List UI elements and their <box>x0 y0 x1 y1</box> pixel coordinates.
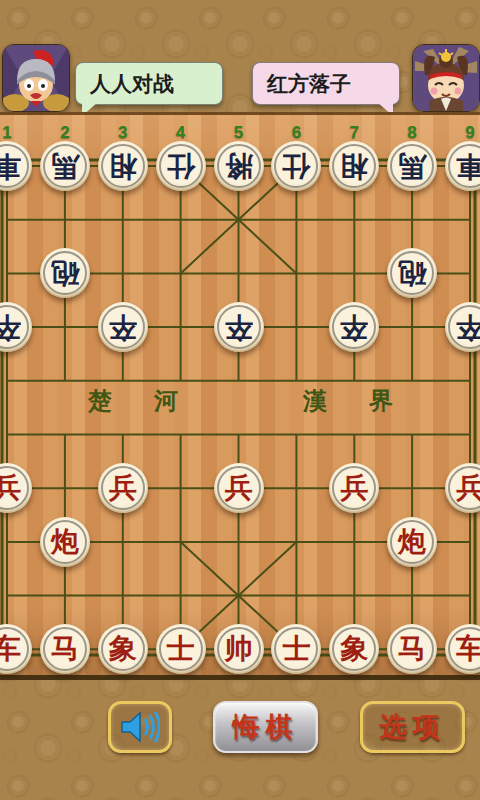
piece-red-chariot[interactable]: 车 <box>0 624 32 674</box>
left-player-avatar <box>2 44 70 112</box>
piece-glyph: 帅 <box>214 624 264 674</box>
piece-black-soldier[interactable]: 卒 <box>329 302 379 352</box>
piece-red-advisor[interactable]: 士 <box>156 624 206 674</box>
turn-status-label: 红方落子 <box>267 70 351 98</box>
file-label-top-6: 6 <box>284 123 308 143</box>
piece-black-soldier[interactable]: 卒 <box>0 302 32 352</box>
piece-red-advisor[interactable]: 士 <box>271 624 321 674</box>
game-mode-label: 人人对战 <box>90 70 174 98</box>
piece-glyph: 仕 <box>271 141 321 191</box>
river-label-right: 漢界 <box>303 385 435 417</box>
piece-black-chariot[interactable]: 車 <box>0 141 32 191</box>
file-label-top-5: 5 <box>227 123 251 143</box>
piece-glyph: 车 <box>445 624 480 674</box>
piece-glyph: 將 <box>214 141 264 191</box>
piece-red-cannon[interactable]: 炮 <box>40 517 90 567</box>
piece-black-soldier[interactable]: 卒 <box>214 302 264 352</box>
speaker-icon <box>120 710 160 744</box>
piece-glyph: 马 <box>387 624 437 674</box>
file-label-top-8: 8 <box>400 123 424 143</box>
piece-glyph: 士 <box>271 624 321 674</box>
file-label-top-9: 9 <box>458 123 480 143</box>
piece-glyph: 馬 <box>40 141 90 191</box>
piece-glyph: 仕 <box>156 141 206 191</box>
piece-black-chariot[interactable]: 車 <box>445 141 480 191</box>
piece-glyph: 兵 <box>0 463 32 513</box>
piece-black-soldier[interactable]: 卒 <box>98 302 148 352</box>
piece-red-horse[interactable]: 马 <box>40 624 90 674</box>
piece-glyph: 象 <box>329 624 379 674</box>
piece-black-advisor[interactable]: 仕 <box>156 141 206 191</box>
options-button[interactable]: 选项 <box>360 701 465 753</box>
piece-red-elephant[interactable]: 象 <box>98 624 148 674</box>
file-label-top-2: 2 <box>53 123 77 143</box>
piece-glyph: 卒 <box>0 302 32 352</box>
file-label-top-3: 3 <box>111 123 135 143</box>
xiangqi-board[interactable]: 楚河 漢界 123456789九八七六五四三二一 車馬相仕將仕相馬車砲砲卒卒卒卒… <box>0 112 480 680</box>
piece-red-soldier[interactable]: 兵 <box>98 463 148 513</box>
piece-glyph: 兵 <box>445 463 480 513</box>
sound-toggle-button[interactable] <box>108 701 172 753</box>
piece-glyph: 車 <box>0 141 32 191</box>
piece-glyph: 車 <box>445 141 480 191</box>
turn-status-bubble: 红方落子 <box>252 62 400 105</box>
piece-glyph: 卒 <box>445 302 480 352</box>
piece-black-advisor[interactable]: 仕 <box>271 141 321 191</box>
piece-red-soldier[interactable]: 兵 <box>0 463 32 513</box>
piece-glyph: 象 <box>98 624 148 674</box>
file-label-top-7: 7 <box>342 123 366 143</box>
app-screen: { "game": "xiangqi", "header": { "left_a… <box>0 0 480 800</box>
piece-red-soldier[interactable]: 兵 <box>445 463 480 513</box>
piece-red-elephant[interactable]: 象 <box>329 624 379 674</box>
piece-black-cannon[interactable]: 砲 <box>40 248 90 298</box>
piece-red-soldier[interactable]: 兵 <box>329 463 379 513</box>
piece-glyph: 马 <box>40 624 90 674</box>
piece-glyph: 相 <box>98 141 148 191</box>
piece-glyph: 兵 <box>329 463 379 513</box>
piece-glyph: 卒 <box>329 302 379 352</box>
piece-glyph: 相 <box>329 141 379 191</box>
options-label: 选项 <box>380 709 446 745</box>
piece-black-elephant[interactable]: 相 <box>329 141 379 191</box>
river-label-left: 楚河 <box>88 385 220 417</box>
undo-move-label: 悔棋 <box>233 709 299 745</box>
piece-glyph: 车 <box>0 624 32 674</box>
right-player-avatar <box>412 44 480 112</box>
knight-avatar-image <box>3 45 69 111</box>
undo-move-button[interactable]: 悔棋 <box>213 701 318 753</box>
piece-glyph: 砲 <box>40 248 90 298</box>
empress-avatar-image <box>413 45 479 111</box>
piece-glyph: 兵 <box>98 463 148 513</box>
piece-red-soldier[interactable]: 兵 <box>214 463 264 513</box>
piece-glyph: 炮 <box>387 517 437 567</box>
piece-glyph: 馬 <box>387 141 437 191</box>
piece-black-horse[interactable]: 馬 <box>387 141 437 191</box>
piece-black-horse[interactable]: 馬 <box>40 141 90 191</box>
piece-glyph: 士 <box>156 624 206 674</box>
piece-black-general[interactable]: 將 <box>214 141 264 191</box>
game-mode-bubble: 人人对战 <box>75 62 223 105</box>
file-label-top-1: 1 <box>0 123 19 143</box>
piece-red-general[interactable]: 帅 <box>214 624 264 674</box>
piece-red-horse[interactable]: 马 <box>387 624 437 674</box>
piece-glyph: 卒 <box>214 302 264 352</box>
piece-black-soldier[interactable]: 卒 <box>445 302 480 352</box>
piece-glyph: 砲 <box>387 248 437 298</box>
piece-red-chariot[interactable]: 车 <box>445 624 480 674</box>
piece-black-cannon[interactable]: 砲 <box>387 248 437 298</box>
piece-glyph: 卒 <box>98 302 148 352</box>
piece-glyph: 炮 <box>40 517 90 567</box>
piece-red-cannon[interactable]: 炮 <box>387 517 437 567</box>
file-label-top-4: 4 <box>169 123 193 143</box>
piece-glyph: 兵 <box>214 463 264 513</box>
piece-black-elephant[interactable]: 相 <box>98 141 148 191</box>
